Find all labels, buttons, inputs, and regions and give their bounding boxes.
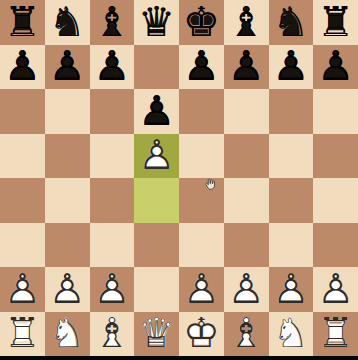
- square-g6[interactable]: [269, 89, 314, 134]
- square-f1[interactable]: ♝♗: [224, 312, 269, 357]
- square-h2[interactable]: ♟♙: [313, 267, 358, 312]
- piece-white-queen[interactable]: ♛♕: [134, 312, 179, 357]
- square-g8[interactable]: ♞♘: [269, 0, 314, 45]
- piece-black-rook[interactable]: ♜♖: [0, 0, 45, 45]
- piece-white-pawn[interactable]: ♟♙: [45, 267, 90, 312]
- square-a5[interactable]: [0, 134, 45, 179]
- square-e4[interactable]: [179, 178, 224, 223]
- square-c4[interactable]: [90, 178, 135, 223]
- square-e2[interactable]: ♟♙: [179, 267, 224, 312]
- square-a7[interactable]: ♟♙: [0, 45, 45, 90]
- square-a4[interactable]: [0, 178, 45, 223]
- piece-black-bishop[interactable]: ♝♗: [224, 0, 269, 45]
- square-h6[interactable]: [313, 89, 358, 134]
- square-c7[interactable]: ♟♙: [90, 45, 135, 90]
- square-f8[interactable]: ♝♗: [224, 0, 269, 45]
- square-d8[interactable]: ♛♕: [134, 0, 179, 45]
- square-b6[interactable]: [45, 89, 90, 134]
- square-e5[interactable]: [179, 134, 224, 179]
- square-g4[interactable]: [269, 178, 314, 223]
- piece-black-pawn[interactable]: ♟♙: [134, 89, 179, 134]
- square-f5[interactable]: [224, 134, 269, 179]
- piece-black-rook[interactable]: ♜♖: [313, 0, 358, 45]
- square-c1[interactable]: ♝♗: [90, 312, 135, 357]
- piece-white-rook[interactable]: ♜♖: [0, 312, 45, 357]
- square-b5[interactable]: [45, 134, 90, 179]
- piece-black-bishop[interactable]: ♝♗: [90, 0, 135, 45]
- square-a1[interactable]: ♜♖: [0, 312, 45, 357]
- square-d1[interactable]: ♛♕: [134, 312, 179, 357]
- piece-white-pawn[interactable]: ♟♙: [313, 267, 358, 312]
- square-e8[interactable]: ♚♔: [179, 0, 224, 45]
- piece-white-pawn[interactable]: ♟♙: [179, 267, 224, 312]
- square-f2[interactable]: ♟♙: [224, 267, 269, 312]
- square-e7[interactable]: ♟♙: [179, 45, 224, 90]
- piece-black-knight[interactable]: ♞♘: [45, 0, 90, 45]
- square-c2[interactable]: ♟♙: [90, 267, 135, 312]
- square-e3[interactable]: [179, 223, 224, 268]
- piece-white-pawn[interactable]: ♟♙: [134, 134, 179, 179]
- piece-black-knight[interactable]: ♞♘: [269, 0, 314, 45]
- piece-white-rook[interactable]: ♜♖: [313, 312, 358, 357]
- square-c5[interactable]: [90, 134, 135, 179]
- piece-black-pawn[interactable]: ♟♙: [179, 45, 224, 90]
- piece-black-pawn[interactable]: ♟♙: [224, 45, 269, 90]
- square-a6[interactable]: [0, 89, 45, 134]
- square-c6[interactable]: [90, 89, 135, 134]
- square-f3[interactable]: [224, 223, 269, 268]
- square-d2[interactable]: [134, 267, 179, 312]
- square-g3[interactable]: [269, 223, 314, 268]
- square-c8[interactable]: ♝♗: [90, 0, 135, 45]
- piece-white-knight[interactable]: ♞♘: [45, 312, 90, 357]
- square-a3[interactable]: [0, 223, 45, 268]
- square-h8[interactable]: ♜♖: [313, 0, 358, 45]
- square-b7[interactable]: ♟♙: [45, 45, 90, 90]
- square-b4[interactable]: [45, 178, 90, 223]
- square-g2[interactable]: ♟♙: [269, 267, 314, 312]
- square-h4[interactable]: [313, 178, 358, 223]
- piece-black-pawn[interactable]: ♟♙: [90, 45, 135, 90]
- piece-white-pawn[interactable]: ♟♙: [269, 267, 314, 312]
- square-h3[interactable]: [313, 223, 358, 268]
- square-d3[interactable]: [134, 223, 179, 268]
- square-f4[interactable]: [224, 178, 269, 223]
- piece-white-bishop[interactable]: ♝♗: [90, 312, 135, 357]
- square-g1[interactable]: ♞♘: [269, 312, 314, 357]
- square-f7[interactable]: ♟♙: [224, 45, 269, 90]
- piece-black-pawn[interactable]: ♟♙: [269, 45, 314, 90]
- piece-black-pawn[interactable]: ♟♙: [313, 45, 358, 90]
- square-g5[interactable]: [269, 134, 314, 179]
- square-d7[interactable]: [134, 45, 179, 90]
- chess-board[interactable]: ♜♖♞♘♝♗♛♕♚♔♝♗♞♘♜♖♟♙♟♙♟♙♟♙♟♙♟♙♟♙♟♙♟♙♟♙♟♙♟♙…: [0, 0, 358, 356]
- square-h5[interactable]: [313, 134, 358, 179]
- square-h7[interactable]: ♟♙: [313, 45, 358, 90]
- piece-white-pawn[interactable]: ♟♙: [0, 267, 45, 312]
- square-e1[interactable]: ♚♔: [179, 312, 224, 357]
- piece-white-bishop[interactable]: ♝♗: [224, 312, 269, 357]
- square-f6[interactable]: [224, 89, 269, 134]
- piece-black-pawn[interactable]: ♟♙: [0, 45, 45, 90]
- square-b2[interactable]: ♟♙: [45, 267, 90, 312]
- square-b8[interactable]: ♞♘: [45, 0, 90, 45]
- square-a8[interactable]: ♜♖: [0, 0, 45, 45]
- piece-white-pawn[interactable]: ♟♙: [90, 267, 135, 312]
- piece-white-king[interactable]: ♚♔: [179, 312, 224, 357]
- square-a2[interactable]: ♟♙: [0, 267, 45, 312]
- square-e6[interactable]: [179, 89, 224, 134]
- piece-black-queen[interactable]: ♛♕: [134, 0, 179, 45]
- square-d6[interactable]: ♟♙: [134, 89, 179, 134]
- piece-black-king[interactable]: ♚♔: [179, 0, 224, 45]
- square-d4[interactable]: [134, 178, 179, 223]
- square-d5[interactable]: ♟♙: [134, 134, 179, 179]
- chess-app-window: ♜♖♞♘♝♗♛♕♚♔♝♗♞♘♜♖♟♙♟♙♟♙♟♙♟♙♟♙♟♙♟♙♟♙♟♙♟♙♟♙…: [0, 0, 358, 360]
- square-g7[interactable]: ♟♙: [269, 45, 314, 90]
- piece-black-pawn[interactable]: ♟♙: [45, 45, 90, 90]
- piece-white-knight[interactable]: ♞♘: [269, 312, 314, 357]
- square-b3[interactable]: [45, 223, 90, 268]
- square-c3[interactable]: [90, 223, 135, 268]
- window-bottom-edge: [0, 356, 358, 360]
- piece-white-pawn[interactable]: ♟♙: [224, 267, 269, 312]
- square-h1[interactable]: ♜♖: [313, 312, 358, 357]
- square-b1[interactable]: ♞♘: [45, 312, 90, 357]
